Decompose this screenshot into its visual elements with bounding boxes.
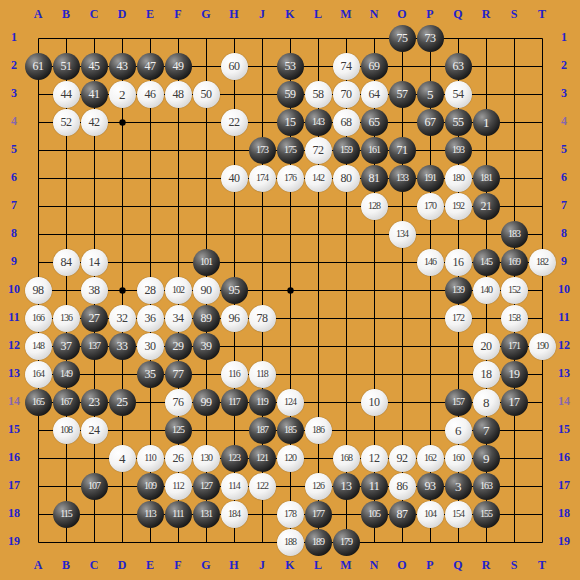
col-label-bottom-J: J: [248, 558, 276, 573]
move-number: 104: [424, 509, 436, 519]
stone-white-D11[interactable]: 32: [109, 305, 136, 332]
stone-white-P9[interactable]: 146: [417, 249, 444, 276]
stone-white-H4[interactable]: 22: [221, 109, 248, 136]
stone-black-F13[interactable]: 77: [165, 361, 192, 388]
stone-black-Q2[interactable]: 63: [445, 53, 472, 80]
stone-black-E18[interactable]: 113: [137, 501, 164, 528]
stone-white-L3[interactable]: 58: [305, 81, 332, 108]
stone-white-N7[interactable]: 128: [361, 193, 388, 220]
stone-white-K14[interactable]: 124: [277, 389, 304, 416]
move-number: 9: [483, 452, 489, 465]
stone-black-J15[interactable]: 187: [249, 417, 276, 444]
stone-white-A11[interactable]: 166: [25, 305, 52, 332]
move-number: 17: [509, 396, 520, 408]
move-number: 45: [89, 60, 100, 72]
move-number: 10: [369, 396, 380, 408]
stone-black-H10[interactable]: 95: [221, 277, 248, 304]
stone-white-L5[interactable]: 72: [305, 137, 332, 164]
stone-black-L4[interactable]: 143: [305, 109, 332, 136]
col-label-top-O: O: [388, 7, 416, 22]
move-number: 180: [452, 173, 464, 183]
move-number: 160: [452, 453, 464, 463]
stone-black-B13[interactable]: 149: [53, 361, 80, 388]
stone-black-O6[interactable]: 133: [389, 165, 416, 192]
stone-black-C12[interactable]: 137: [81, 333, 108, 360]
row-label-left-17: 17: [2, 478, 26, 493]
stone-white-B9[interactable]: 84: [53, 249, 80, 276]
stone-white-Q6[interactable]: 180: [445, 165, 472, 192]
stone-white-K6[interactable]: 176: [277, 165, 304, 192]
move-number: 5: [427, 88, 433, 101]
stone-black-A2[interactable]: 61: [25, 53, 52, 80]
move-number: 157: [452, 397, 464, 407]
move-number: 110: [144, 453, 156, 463]
move-number: 163: [480, 481, 492, 491]
stone-black-Q10[interactable]: 139: [445, 277, 472, 304]
move-number: 102: [172, 285, 184, 295]
move-number: 98: [33, 284, 44, 296]
stone-black-B18[interactable]: 115: [53, 501, 80, 528]
stone-black-F2[interactable]: 49: [165, 53, 192, 80]
stone-black-E13[interactable]: 35: [137, 361, 164, 388]
col-label-top-J: J: [248, 7, 276, 22]
move-number: 4: [119, 452, 125, 465]
stone-black-D14[interactable]: 25: [109, 389, 136, 416]
row-label-left-13: 13: [2, 366, 26, 381]
move-number: 118: [256, 369, 268, 379]
stone-black-N5[interactable]: 161: [361, 137, 388, 164]
stone-black-R4[interactable]: 1: [473, 109, 500, 136]
stone-white-A13[interactable]: 164: [25, 361, 52, 388]
stone-white-H11[interactable]: 96: [221, 305, 248, 332]
stone-black-B2[interactable]: 51: [53, 53, 80, 80]
stone-white-E3[interactable]: 46: [137, 81, 164, 108]
stone-black-K2[interactable]: 53: [277, 53, 304, 80]
stone-white-B15[interactable]: 108: [53, 417, 80, 444]
stone-black-Q14[interactable]: 157: [445, 389, 472, 416]
col-label-bottom-A: A: [24, 558, 52, 573]
stone-black-N2[interactable]: 69: [361, 53, 388, 80]
move-number: 72: [313, 144, 324, 156]
stone-black-R16[interactable]: 9: [473, 445, 500, 472]
stone-black-S13[interactable]: 19: [501, 361, 528, 388]
stone-white-H13[interactable]: 116: [221, 361, 248, 388]
stone-white-N16[interactable]: 12: [361, 445, 388, 472]
move-number: 57: [397, 88, 408, 100]
stone-black-B12[interactable]: 37: [53, 333, 80, 360]
stone-white-J13[interactable]: 118: [249, 361, 276, 388]
move-number: 148: [32, 341, 44, 351]
move-number: 164: [32, 369, 44, 379]
stone-white-Q9[interactable]: 16: [445, 249, 472, 276]
col-label-top-Q: Q: [444, 7, 472, 22]
stone-black-P1[interactable]: 73: [417, 25, 444, 52]
row-label-left-6: 6: [2, 170, 26, 185]
stone-black-R7[interactable]: 21: [473, 193, 500, 220]
move-number: 114: [228, 481, 240, 491]
stone-black-O18[interactable]: 87: [389, 501, 416, 528]
stone-black-G17[interactable]: 127: [193, 473, 220, 500]
stone-white-P16[interactable]: 162: [417, 445, 444, 472]
move-number: 165: [32, 397, 44, 407]
stone-white-S11[interactable]: 158: [501, 305, 528, 332]
stone-white-N14[interactable]: 10: [361, 389, 388, 416]
stone-black-K3[interactable]: 59: [277, 81, 304, 108]
stone-white-K16[interactable]: 120: [277, 445, 304, 472]
col-label-top-S: S: [500, 7, 528, 22]
move-number: 93: [425, 480, 436, 492]
move-number: 146: [424, 257, 436, 267]
stone-black-G14[interactable]: 99: [193, 389, 220, 416]
stone-white-F16[interactable]: 26: [165, 445, 192, 472]
stone-black-F15[interactable]: 125: [165, 417, 192, 444]
move-number: 69: [369, 60, 380, 72]
col-label-top-P: P: [416, 7, 444, 22]
move-number: 121: [256, 453, 268, 463]
move-number: 113: [144, 509, 156, 519]
move-number: 187: [256, 425, 268, 435]
move-number: 36: [145, 312, 156, 324]
move-number: 127: [200, 481, 212, 491]
stone-white-G10[interactable]: 90: [193, 277, 220, 304]
move-number: 81: [369, 172, 380, 184]
stone-black-D12[interactable]: 33: [109, 333, 136, 360]
stone-white-R14[interactable]: 8: [473, 389, 500, 416]
move-number: 38: [89, 284, 100, 296]
stone-white-J11[interactable]: 78: [249, 305, 276, 332]
move-number: 14: [89, 256, 100, 268]
stone-white-Q15[interactable]: 6: [445, 417, 472, 444]
stone-white-H17[interactable]: 114: [221, 473, 248, 500]
stone-white-M3[interactable]: 70: [333, 81, 360, 108]
stone-white-Q18[interactable]: 154: [445, 501, 472, 528]
stone-white-C4[interactable]: 42: [81, 109, 108, 136]
board-grid[interactable]: 1234567891011121314151617181920212223242…: [24, 24, 556, 556]
stone-black-C2[interactable]: 45: [81, 53, 108, 80]
move-number: 20: [481, 340, 492, 352]
move-number: 84: [61, 256, 72, 268]
stone-white-N3[interactable]: 64: [361, 81, 388, 108]
move-number: 136: [60, 313, 72, 323]
stone-white-E11[interactable]: 36: [137, 305, 164, 332]
stone-black-G18[interactable]: 131: [193, 501, 220, 528]
move-number: 191: [424, 173, 436, 183]
stone-white-Q7[interactable]: 192: [445, 193, 472, 220]
row-label-left-10: 10: [2, 282, 26, 297]
stone-white-H2[interactable]: 60: [221, 53, 248, 80]
row-label-left-2: 2: [2, 58, 26, 73]
move-number: 182: [536, 257, 548, 267]
move-number: 154: [452, 509, 464, 519]
stone-black-P3[interactable]: 5: [417, 81, 444, 108]
stone-black-N17[interactable]: 11: [361, 473, 388, 500]
stone-white-R10[interactable]: 140: [473, 277, 500, 304]
move-number: 65: [369, 116, 380, 128]
col-label-top-A: A: [24, 7, 52, 22]
stone-black-S8[interactable]: 183: [501, 221, 528, 248]
move-number: 122: [256, 481, 268, 491]
stone-black-K5[interactable]: 175: [277, 137, 304, 164]
stone-black-M5[interactable]: 159: [333, 137, 360, 164]
move-number: 33: [117, 340, 128, 352]
move-number: 87: [397, 508, 408, 520]
move-number: 167: [60, 397, 72, 407]
stone-black-J16[interactable]: 121: [249, 445, 276, 472]
move-number: 67: [425, 116, 436, 128]
move-number: 15: [285, 116, 296, 128]
move-number: 11: [369, 480, 380, 492]
stone-white-F10[interactable]: 102: [165, 277, 192, 304]
move-number: 2: [119, 88, 125, 101]
stone-black-P6[interactable]: 191: [417, 165, 444, 192]
col-label-top-B: B: [52, 7, 80, 22]
stone-black-E17[interactable]: 109: [137, 473, 164, 500]
stone-white-R12[interactable]: 20: [473, 333, 500, 360]
stone-black-A14[interactable]: 165: [25, 389, 52, 416]
stone-white-M2[interactable]: 74: [333, 53, 360, 80]
move-number: 116: [228, 369, 240, 379]
stone-black-E2[interactable]: 47: [137, 53, 164, 80]
stone-black-Q17[interactable]: 3: [445, 473, 472, 500]
move-number: 52: [61, 116, 72, 128]
col-label-bottom-B: B: [52, 558, 80, 573]
move-number: 3: [455, 480, 461, 493]
move-number: 53: [285, 60, 296, 72]
stone-white-H18[interactable]: 184: [221, 501, 248, 528]
stone-black-R17[interactable]: 163: [473, 473, 500, 500]
move-number: 60: [229, 60, 240, 72]
stone-black-R6[interactable]: 181: [473, 165, 500, 192]
stone-white-C10[interactable]: 38: [81, 277, 108, 304]
move-number: 78: [257, 312, 268, 324]
stone-black-Q4[interactable]: 55: [445, 109, 472, 136]
stone-white-B11[interactable]: 136: [53, 305, 80, 332]
col-label-bottom-N: N: [360, 558, 388, 573]
stone-black-R9[interactable]: 145: [473, 249, 500, 276]
move-number: 145: [480, 257, 492, 267]
move-number: 86: [397, 480, 408, 492]
stone-white-B4[interactable]: 52: [53, 109, 80, 136]
move-number: 169: [508, 257, 520, 267]
stone-white-G3[interactable]: 50: [193, 81, 220, 108]
stone-black-R15[interactable]: 7: [473, 417, 500, 444]
stone-black-C17[interactable]: 107: [81, 473, 108, 500]
move-number: 117: [228, 397, 240, 407]
row-label-left-4: 4: [2, 114, 26, 129]
stone-white-F11[interactable]: 34: [165, 305, 192, 332]
stone-white-T12[interactable]: 190: [529, 333, 556, 360]
move-number: 23: [89, 396, 100, 408]
stone-white-L6[interactable]: 142: [305, 165, 332, 192]
stone-white-M16[interactable]: 168: [333, 445, 360, 472]
stone-white-E16[interactable]: 110: [137, 445, 164, 472]
stone-white-C15[interactable]: 24: [81, 417, 108, 444]
stone-black-N6[interactable]: 81: [361, 165, 388, 192]
move-number: 143: [312, 117, 324, 127]
stone-black-M19[interactable]: 179: [333, 529, 360, 556]
move-number: 13: [341, 480, 352, 492]
stone-white-O16[interactable]: 92: [389, 445, 416, 472]
move-number: 184: [228, 509, 240, 519]
stone-black-F12[interactable]: 29: [165, 333, 192, 360]
stone-black-H14[interactable]: 117: [221, 389, 248, 416]
stone-white-F17[interactable]: 112: [165, 473, 192, 500]
stone-white-P7[interactable]: 170: [417, 193, 444, 220]
move-number: 177: [312, 509, 324, 519]
stone-black-S12[interactable]: 171: [501, 333, 528, 360]
stone-white-Q16[interactable]: 160: [445, 445, 472, 472]
stone-white-L15[interactable]: 186: [305, 417, 332, 444]
move-number: 131: [200, 509, 212, 519]
row-label-left-15: 15: [2, 422, 26, 437]
move-number: 21: [481, 200, 492, 212]
stone-black-J14[interactable]: 119: [249, 389, 276, 416]
stone-black-N4[interactable]: 65: [361, 109, 388, 136]
col-label-bottom-G: G: [192, 558, 220, 573]
move-number: 175: [284, 145, 296, 155]
stone-white-J6[interactable]: 174: [249, 165, 276, 192]
stone-white-F3[interactable]: 48: [165, 81, 192, 108]
move-number: 183: [508, 229, 520, 239]
stone-white-M6[interactable]: 80: [333, 165, 360, 192]
move-number: 119: [256, 397, 268, 407]
stone-white-D16[interactable]: 4: [109, 445, 136, 472]
move-number: 125: [172, 425, 184, 435]
stone-black-K4[interactable]: 15: [277, 109, 304, 136]
stone-white-B3[interactable]: 44: [53, 81, 80, 108]
col-label-top-E: E: [136, 7, 164, 22]
stone-white-J17[interactable]: 122: [249, 473, 276, 500]
stone-white-M4[interactable]: 68: [333, 109, 360, 136]
move-number: 71: [397, 144, 408, 156]
row-label-left-19: 19: [2, 534, 26, 549]
move-number: 22: [229, 116, 240, 128]
stone-white-R13[interactable]: 18: [473, 361, 500, 388]
stone-white-A10[interactable]: 98: [25, 277, 52, 304]
col-label-top-D: D: [108, 7, 136, 22]
row-label-left-7: 7: [2, 198, 26, 213]
stone-black-N18[interactable]: 105: [361, 501, 388, 528]
stone-white-F14[interactable]: 76: [165, 389, 192, 416]
stone-black-M17[interactable]: 13: [333, 473, 360, 500]
stone-white-D3[interactable]: 2: [109, 81, 136, 108]
stone-white-G16[interactable]: 130: [193, 445, 220, 472]
col-label-top-C: C: [80, 7, 108, 22]
stone-white-O17[interactable]: 86: [389, 473, 416, 500]
move-number: 99: [201, 396, 212, 408]
stone-black-P4[interactable]: 67: [417, 109, 444, 136]
move-number: 47: [145, 60, 156, 72]
move-number: 107: [88, 481, 100, 491]
move-number: 43: [117, 60, 128, 72]
move-number: 50: [201, 88, 212, 100]
row-label-left-18: 18: [2, 506, 26, 521]
move-number: 172: [452, 313, 464, 323]
move-number: 186: [312, 425, 324, 435]
move-number: 190: [536, 341, 548, 351]
move-number: 137: [88, 341, 100, 351]
stone-black-K15[interactable]: 185: [277, 417, 304, 444]
stone-black-D2[interactable]: 43: [109, 53, 136, 80]
stone-black-S9[interactable]: 169: [501, 249, 528, 276]
move-number: 6: [455, 424, 461, 437]
move-number: 54: [453, 88, 464, 100]
move-number: 35: [145, 368, 156, 380]
move-number: 30: [145, 340, 156, 352]
stone-white-E10[interactable]: 28: [137, 277, 164, 304]
move-number: 27: [89, 312, 100, 324]
stone-white-L17[interactable]: 126: [305, 473, 332, 500]
stone-black-L19[interactable]: 189: [305, 529, 332, 556]
stone-black-B14[interactable]: 167: [53, 389, 80, 416]
move-number: 189: [312, 537, 324, 547]
stone-black-S14[interactable]: 17: [501, 389, 528, 416]
col-label-top-H: H: [220, 7, 248, 22]
stone-white-K19[interactable]: 188: [277, 529, 304, 556]
stone-black-O5[interactable]: 71: [389, 137, 416, 164]
stone-black-G9[interactable]: 101: [193, 249, 220, 276]
col-label-bottom-K: K: [276, 558, 304, 573]
move-number: 77: [173, 368, 184, 380]
move-number: 123: [228, 453, 240, 463]
stone-white-K18[interactable]: 178: [277, 501, 304, 528]
move-number: 161: [368, 145, 380, 155]
row-label-left-3: 3: [2, 86, 26, 101]
stone-black-P17[interactable]: 93: [417, 473, 444, 500]
move-number: 193: [452, 145, 464, 155]
stone-black-F18[interactable]: 111: [165, 501, 192, 528]
stone-white-Q11[interactable]: 172: [445, 305, 472, 332]
stone-black-O1[interactable]: 75: [389, 25, 416, 52]
stone-white-H6[interactable]: 40: [221, 165, 248, 192]
stone-black-C3[interactable]: 41: [81, 81, 108, 108]
stone-black-R18[interactable]: 155: [473, 501, 500, 528]
move-number: 1: [483, 116, 489, 129]
stone-black-G12[interactable]: 39: [193, 333, 220, 360]
move-number: 37: [61, 340, 72, 352]
stone-white-A12[interactable]: 148: [25, 333, 52, 360]
stone-white-T9[interactable]: 182: [529, 249, 556, 276]
move-number: 109: [144, 481, 156, 491]
move-number: 24: [89, 424, 100, 436]
stone-black-C14[interactable]: 23: [81, 389, 108, 416]
stone-white-P18[interactable]: 104: [417, 501, 444, 528]
go-board-diagram: 1234567891011121314151617181920212223242…: [0, 0, 580, 580]
col-label-top-T: T: [528, 7, 556, 22]
stone-white-O8[interactable]: 134: [389, 221, 416, 248]
stone-black-H16[interactable]: 123: [221, 445, 248, 472]
move-number: 8: [483, 396, 489, 409]
stone-black-O3[interactable]: 57: [389, 81, 416, 108]
col-label-bottom-E: E: [136, 558, 164, 573]
move-number: 115: [60, 509, 72, 519]
move-number: 49: [173, 60, 184, 72]
stone-black-C11[interactable]: 27: [81, 305, 108, 332]
stone-white-C9[interactable]: 14: [81, 249, 108, 276]
col-label-bottom-C: C: [80, 558, 108, 573]
stone-black-G11[interactable]: 89: [193, 305, 220, 332]
stone-white-E12[interactable]: 30: [137, 333, 164, 360]
stone-white-S10[interactable]: 152: [501, 277, 528, 304]
move-number: 108: [60, 425, 72, 435]
move-number: 192: [452, 201, 464, 211]
move-number: 68: [341, 116, 352, 128]
stone-white-Q3[interactable]: 54: [445, 81, 472, 108]
col-label-bottom-P: P: [416, 558, 444, 573]
stone-black-Q5[interactable]: 193: [445, 137, 472, 164]
stone-black-J5[interactable]: 173: [249, 137, 276, 164]
stone-black-L18[interactable]: 177: [305, 501, 332, 528]
